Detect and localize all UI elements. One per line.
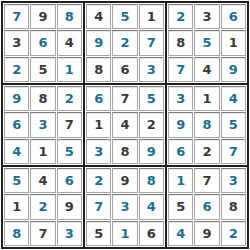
cell-r1c2[interactable]: 9 (30, 4, 55, 29)
cell-r3c7[interactable]: 7 (168, 57, 193, 82)
cell-r8c2[interactable]: 2 (30, 194, 55, 219)
cell-r4c3[interactable]: 2 (57, 86, 82, 111)
cell-r7c9[interactable]: 3 (221, 168, 246, 193)
cell-r6c4[interactable]: 3 (86, 139, 111, 164)
cell-r3c3[interactable]: 1 (57, 57, 82, 82)
cell-r1c3[interactable]: 8 (57, 4, 82, 29)
box-1-1: 798364251 (3, 3, 83, 83)
cell-r7c8[interactable]: 7 (194, 168, 219, 193)
cell-r7c6[interactable]: 8 (139, 168, 164, 193)
cell-r7c2[interactable]: 4 (30, 168, 55, 193)
cell-r7c3[interactable]: 6 (57, 168, 82, 193)
cell-r4c2[interactable]: 8 (30, 86, 55, 111)
cell-r4c7[interactable]: 3 (168, 86, 193, 111)
cell-r2c5[interactable]: 2 (112, 30, 137, 55)
cell-r7c4[interactable]: 2 (86, 168, 111, 193)
cell-r8c8[interactable]: 6 (194, 194, 219, 219)
cell-r8c7[interactable]: 5 (168, 194, 193, 219)
cell-r1c5[interactable]: 5 (112, 4, 137, 29)
cell-r6c8[interactable]: 2 (194, 139, 219, 164)
cell-r1c8[interactable]: 3 (194, 4, 219, 29)
cell-r1c6[interactable]: 1 (139, 4, 164, 29)
box-2-2: 675142389 (85, 85, 165, 165)
cell-r2c7[interactable]: 8 (168, 30, 193, 55)
cell-r1c7[interactable]: 2 (168, 4, 193, 29)
sudoku-page: 7983642514519278632368517499826374156751… (0, 0, 250, 250)
cell-r8c5[interactable]: 3 (112, 194, 137, 219)
cell-r4c9[interactable]: 4 (221, 86, 246, 111)
cell-r8c4[interactable]: 7 (86, 194, 111, 219)
box-1-2: 451927863 (85, 3, 165, 83)
cell-r6c9[interactable]: 7 (221, 139, 246, 164)
cell-r1c4[interactable]: 4 (86, 4, 111, 29)
cell-r6c1[interactable]: 4 (4, 139, 29, 164)
box-3-3: 173568492 (167, 167, 247, 247)
cell-r3c1[interactable]: 2 (4, 57, 29, 82)
cell-r9c6[interactable]: 6 (139, 221, 164, 246)
cell-r1c9[interactable]: 6 (221, 4, 246, 29)
cell-r6c5[interactable]: 8 (112, 139, 137, 164)
cell-r6c2[interactable]: 1 (30, 139, 55, 164)
cell-r5c8[interactable]: 8 (194, 112, 219, 137)
cell-r6c3[interactable]: 5 (57, 139, 82, 164)
cell-r7c5[interactable]: 9 (112, 168, 137, 193)
cell-r7c1[interactable]: 5 (4, 168, 29, 193)
box-1-3: 236851749 (167, 3, 247, 83)
cell-r3c5[interactable]: 6 (112, 57, 137, 82)
box-3-1: 546129873 (3, 167, 83, 247)
cell-r2c2[interactable]: 6 (30, 30, 55, 55)
cell-r9c5[interactable]: 1 (112, 221, 137, 246)
cell-r5c2[interactable]: 3 (30, 112, 55, 137)
box-3-2: 298734516 (85, 167, 165, 247)
cell-r5c7[interactable]: 9 (168, 112, 193, 137)
cell-r9c3[interactable]: 3 (57, 221, 82, 246)
cell-r3c9[interactable]: 9 (221, 57, 246, 82)
cell-r3c6[interactable]: 3 (139, 57, 164, 82)
cell-r6c6[interactable]: 9 (139, 139, 164, 164)
cell-r5c4[interactable]: 1 (86, 112, 111, 137)
cell-r7c7[interactable]: 1 (168, 168, 193, 193)
cell-r4c5[interactable]: 7 (112, 86, 137, 111)
cell-r3c4[interactable]: 8 (86, 57, 111, 82)
cell-r6c7[interactable]: 6 (168, 139, 193, 164)
box-2-1: 982637415 (3, 85, 83, 165)
cell-r4c6[interactable]: 5 (139, 86, 164, 111)
cell-r5c3[interactable]: 7 (57, 112, 82, 137)
cell-r9c1[interactable]: 8 (4, 221, 29, 246)
cell-r2c8[interactable]: 5 (194, 30, 219, 55)
cell-r2c4[interactable]: 9 (86, 30, 111, 55)
cell-r3c8[interactable]: 4 (194, 57, 219, 82)
cell-r9c7[interactable]: 4 (168, 221, 193, 246)
cell-r8c1[interactable]: 1 (4, 194, 29, 219)
cell-r9c8[interactable]: 9 (194, 221, 219, 246)
cell-r4c4[interactable]: 6 (86, 86, 111, 111)
cell-r4c8[interactable]: 1 (194, 86, 219, 111)
cell-r8c9[interactable]: 8 (221, 194, 246, 219)
cell-r9c4[interactable]: 5 (86, 221, 111, 246)
cell-r2c1[interactable]: 3 (4, 30, 29, 55)
cell-r9c9[interactable]: 2 (221, 221, 246, 246)
cell-r5c1[interactable]: 6 (4, 112, 29, 137)
cell-r8c6[interactable]: 4 (139, 194, 164, 219)
cell-r2c9[interactable]: 1 (221, 30, 246, 55)
cell-r5c5[interactable]: 4 (112, 112, 137, 137)
cell-r9c2[interactable]: 7 (30, 221, 55, 246)
cell-r5c9[interactable]: 5 (221, 112, 246, 137)
box-2-3: 314985627 (167, 85, 247, 165)
cell-r1c1[interactable]: 7 (4, 4, 29, 29)
sudoku-board: 7983642514519278632368517499826374156751… (1, 1, 249, 249)
cell-r2c3[interactable]: 4 (57, 30, 82, 55)
cell-r4c1[interactable]: 9 (4, 86, 29, 111)
cell-r5c6[interactable]: 2 (139, 112, 164, 137)
cell-r3c2[interactable]: 5 (30, 57, 55, 82)
cell-r8c3[interactable]: 9 (57, 194, 82, 219)
cell-r2c6[interactable]: 7 (139, 30, 164, 55)
